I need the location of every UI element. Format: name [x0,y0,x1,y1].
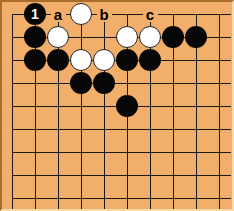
intersection-c5-r6[interactable] [93,118,116,141]
black-stone [116,49,138,71]
intersection-c8-r2[interactable] [162,26,185,49]
intersection-c5-r2[interactable] [93,26,116,49]
black-stone [93,72,115,94]
intersection-c3-r7[interactable] [47,141,70,164]
intersection-c2-r3[interactable] [24,49,47,72]
intersection-c2-r5[interactable] [24,95,47,118]
intersection-c8-r8[interactable] [162,164,185,187]
intersection-c7-r3[interactable] [139,49,162,72]
intersection-c9-r7[interactable] [185,141,208,164]
intersection-c5-r3[interactable] [93,49,116,72]
intersection-c4-r3[interactable] [70,49,93,72]
intersection-c9-r8[interactable] [185,164,208,187]
intersection-c4-r7[interactable] [70,141,93,164]
white-stone [47,26,69,48]
intersection-c7-r8[interactable] [139,164,162,187]
intersection-c1-r2[interactable] [1,26,24,49]
intersection-c4-r8[interactable] [70,164,93,187]
intersection-c8-r1[interactable] [162,3,185,26]
white-stone [93,49,115,71]
point-label-c: c [143,7,158,22]
intersection-c1-r6[interactable] [1,118,24,141]
intersection-c9-r3[interactable] [185,49,208,72]
intersection-c6-r9[interactable] [116,187,139,210]
intersection-c7-r7[interactable] [139,141,162,164]
go-board-grid: 1abc [1,3,231,210]
intersection-c2-r8[interactable] [24,164,47,187]
intersection-c1-r4[interactable] [1,72,24,95]
intersection-c10-r8[interactable] [208,164,231,187]
intersection-c10-r4[interactable] [208,72,231,95]
intersection-c10-r3[interactable] [208,49,231,72]
intersection-c3-r4[interactable] [47,72,70,95]
intersection-c1-r7[interactable] [1,141,24,164]
intersection-c5-r8[interactable] [93,164,116,187]
move-number: 1 [31,7,39,21]
intersection-c10-r2[interactable] [208,26,231,49]
intersection-c1-r5[interactable] [1,95,24,118]
intersection-c9-r1[interactable] [185,3,208,26]
intersection-c10-r1[interactable] [208,3,231,26]
black-stone [116,95,138,117]
intersection-c3-r8[interactable] [47,164,70,187]
intersection-c6-r2[interactable] [116,26,139,49]
intersection-c1-r9[interactable] [1,187,24,210]
intersection-c9-r9[interactable] [185,187,208,210]
intersection-c9-r5[interactable] [185,95,208,118]
intersection-c7-r1[interactable]: c [139,3,162,26]
intersection-c4-r9[interactable] [70,187,93,210]
intersection-c10-r7[interactable] [208,141,231,164]
intersection-c4-r6[interactable] [70,118,93,141]
white-stone [116,26,138,48]
intersection-c2-r2[interactable] [24,26,47,49]
intersection-c8-r5[interactable] [162,95,185,118]
white-stone [70,3,92,25]
intersection-c8-r6[interactable] [162,118,185,141]
intersection-c8-r3[interactable] [162,49,185,72]
intersection-c7-r6[interactable] [139,118,162,141]
intersection-c5-r9[interactable] [93,187,116,210]
intersection-c9-r6[interactable] [185,118,208,141]
intersection-c6-r8[interactable] [116,164,139,187]
intersection-c2-r1[interactable]: 1 [24,3,47,26]
intersection-c10-r9[interactable] [208,187,231,210]
intersection-c3-r3[interactable] [47,49,70,72]
intersection-c7-r4[interactable] [139,72,162,95]
intersection-c6-r4[interactable] [116,72,139,95]
black-stone-move-1: 1 [24,3,46,25]
go-board-diagram: 1abc [0,0,234,211]
intersection-c4-r4[interactable] [70,72,93,95]
white-stone [70,49,92,71]
intersection-c4-r5[interactable] [70,95,93,118]
intersection-c3-r2[interactable] [47,26,70,49]
intersection-c5-r5[interactable] [93,95,116,118]
intersection-c4-r2[interactable] [70,26,93,49]
intersection-c9-r4[interactable] [185,72,208,95]
point-label-b: b [97,7,112,22]
intersection-c5-r1[interactable]: b [93,3,116,26]
intersection-c6-r1[interactable] [116,3,139,26]
intersection-c6-r7[interactable] [116,141,139,164]
intersection-c5-r4[interactable] [93,72,116,95]
intersection-c2-r7[interactable] [24,141,47,164]
intersection-c4-r1[interactable] [70,3,93,26]
intersection-c7-r9[interactable] [139,187,162,210]
intersection-c1-r8[interactable] [1,164,24,187]
black-stone [47,49,69,71]
point-label-a: a [51,7,66,22]
black-stone [24,49,46,71]
intersection-c9-r2[interactable] [185,26,208,49]
intersection-c5-r7[interactable] [93,141,116,164]
black-stone [24,26,46,48]
intersection-c6-r5[interactable] [116,95,139,118]
black-stone [70,72,92,94]
intersection-c10-r5[interactable] [208,95,231,118]
black-stone [162,26,184,48]
intersection-c8-r9[interactable] [162,187,185,210]
intersection-c7-r5[interactable] [139,95,162,118]
intersection-c6-r3[interactable] [116,49,139,72]
intersection-c6-r6[interactable] [116,118,139,141]
intersection-c7-r2[interactable] [139,26,162,49]
intersection-c1-r1[interactable] [1,3,24,26]
intersection-c2-r6[interactable] [24,118,47,141]
intersection-c1-r3[interactable] [1,49,24,72]
intersection-c3-r5[interactable] [47,95,70,118]
intersection-c3-r9[interactable] [47,187,70,210]
intersection-c8-r4[interactable] [162,72,185,95]
intersection-c10-r6[interactable] [208,118,231,141]
black-stone [139,49,161,71]
intersection-c8-r7[interactable] [162,141,185,164]
intersection-c3-r1[interactable]: a [47,3,70,26]
black-stone [185,26,207,48]
white-stone [139,26,161,48]
intersection-c2-r9[interactable] [24,187,47,210]
intersection-c2-r4[interactable] [24,72,47,95]
intersection-c3-r6[interactable] [47,118,70,141]
